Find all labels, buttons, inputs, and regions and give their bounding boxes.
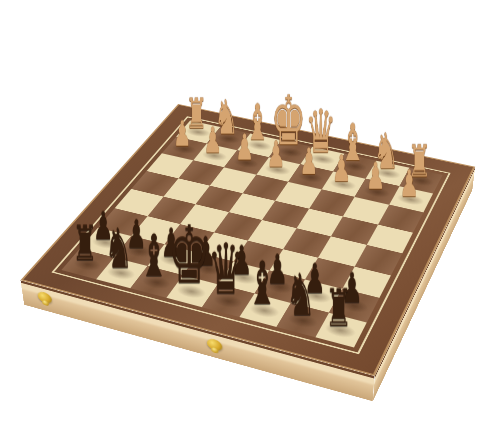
square-d4 <box>262 201 309 229</box>
chess-board: ♜♞♝♚♛♝♞♜♟♟♟♟♟♟♟♟♟♟♟♟♟♟♟♟♜♞♝♚♛♝♞♜ <box>20 104 475 376</box>
board-top: ♜♞♝♚♛♝♞♜♟♟♟♟♟♟♟♟♟♟♟♟♟♟♟♟♜♞♝♚♛♝♞♜ <box>20 104 475 376</box>
square-a3 <box>378 205 424 233</box>
product-photo: ♜♞♝♚♛♝♞♜♟♟♟♟♟♟♟♟♟♟♟♟♟♟♟♟♜♞♝♚♛♝♞♜ <box>0 0 500 448</box>
square-a8: ♜ <box>315 312 367 347</box>
square-b4 <box>331 216 378 245</box>
white-pawn: ♟ <box>389 165 430 202</box>
square-a2: ♟ <box>389 186 434 213</box>
black-rook: ♜ <box>315 282 363 334</box>
brass-clasp-center <box>207 337 223 352</box>
brass-clasp-left <box>37 290 52 305</box>
